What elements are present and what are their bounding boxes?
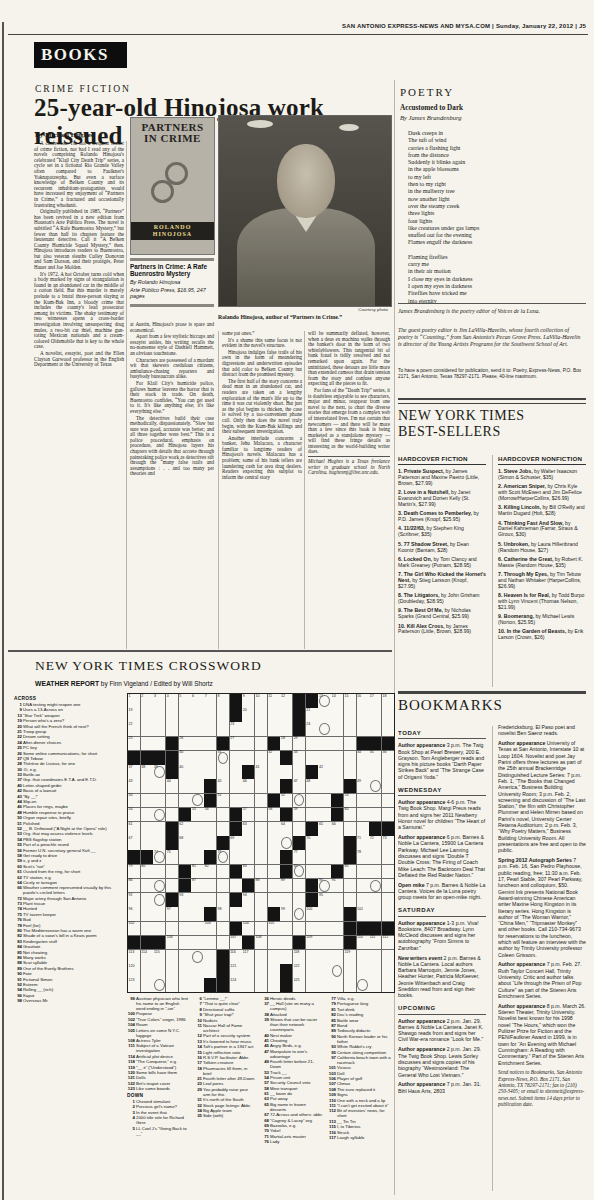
- grid-cell[interactable]: [141, 879, 153, 893]
- grid-cell[interactable]: 41: [255, 765, 267, 779]
- grid-cell[interactable]: 13: [318, 694, 330, 708]
- grid-cell[interactable]: [141, 978, 153, 992]
- grid-cell[interactable]: 11: [268, 694, 280, 708]
- grid-cell[interactable]: [369, 964, 381, 978]
- grid-cell[interactable]: [382, 964, 394, 978]
- grid-cell[interactable]: [204, 822, 216, 836]
- grid-cell[interactable]: [357, 794, 369, 808]
- grid-cell[interactable]: [268, 865, 280, 879]
- grid-cell[interactable]: 1: [128, 694, 140, 708]
- grid-cell[interactable]: [255, 751, 267, 765]
- grid-cell[interactable]: [369, 722, 381, 736]
- grid-cell[interactable]: [318, 751, 330, 765]
- grid-cell[interactable]: 4: [166, 694, 178, 708]
- grid-cell[interactable]: 111: [369, 936, 381, 950]
- grid-cell[interactable]: 33: [293, 751, 305, 765]
- grid-cell[interactable]: [191, 737, 203, 751]
- grid-cell[interactable]: [204, 836, 216, 850]
- grid-cell[interactable]: [153, 708, 165, 722]
- grid-cell[interactable]: [204, 751, 216, 765]
- grid-cell[interactable]: [318, 865, 330, 879]
- grid-cell[interactable]: [230, 779, 242, 793]
- grid-cell[interactable]: [369, 879, 381, 893]
- grid-cell[interactable]: 78: [357, 850, 369, 864]
- grid-cell[interactable]: 44: [166, 779, 178, 793]
- grid-cell[interactable]: [318, 936, 330, 950]
- grid-cell[interactable]: 28: [280, 737, 292, 751]
- grid-cell[interactable]: [293, 794, 305, 808]
- grid-cell[interactable]: 96: [128, 907, 140, 921]
- grid-cell[interactable]: 10: [255, 694, 267, 708]
- grid-cell[interactable]: [230, 879, 242, 893]
- grid-cell[interactable]: [344, 964, 356, 978]
- grid-cell[interactable]: [153, 964, 165, 978]
- grid-cell[interactable]: [331, 950, 343, 964]
- grid-cell[interactable]: 62: [179, 822, 191, 836]
- grid-cell[interactable]: 107: [230, 936, 242, 950]
- grid-cell[interactable]: 49: [357, 779, 369, 793]
- grid-cell[interactable]: [344, 822, 356, 836]
- grid-cell[interactable]: [357, 879, 369, 893]
- grid-cell[interactable]: [242, 964, 254, 978]
- grid-cell[interactable]: 63: [242, 822, 254, 836]
- grid-cell[interactable]: 9: [242, 694, 254, 708]
- grid-cell[interactable]: [331, 978, 343, 992]
- grid-cell[interactable]: [204, 950, 216, 964]
- grid-cell[interactable]: [204, 964, 216, 978]
- grid-cell[interactable]: [331, 779, 343, 793]
- grid-cell[interactable]: 25: [128, 737, 140, 751]
- grid-cell[interactable]: [280, 950, 292, 964]
- grid-cell[interactable]: [382, 794, 394, 808]
- grid-cell[interactable]: 30: [179, 751, 191, 765]
- grid-cell[interactable]: [204, 936, 216, 950]
- grid-cell[interactable]: 5: [179, 694, 191, 708]
- grid-cell[interactable]: [191, 936, 203, 950]
- grid-cell[interactable]: 87: [191, 879, 203, 893]
- grid-cell[interactable]: 125: [293, 978, 305, 992]
- grid-cell[interactable]: [166, 950, 178, 964]
- grid-cell[interactable]: 34: [357, 751, 369, 765]
- grid-cell[interactable]: 50: [128, 794, 140, 808]
- grid-cell[interactable]: 121: [230, 964, 242, 978]
- grid-cell[interactable]: 64: [280, 822, 292, 836]
- grid-cell[interactable]: 3: [153, 694, 165, 708]
- grid-cell[interactable]: [191, 708, 203, 722]
- grid-cell[interactable]: [191, 907, 203, 921]
- grid-cell[interactable]: [357, 865, 369, 879]
- grid-cell[interactable]: [179, 922, 191, 936]
- grid-cell[interactable]: 69: [230, 836, 242, 850]
- grid-cell[interactable]: [344, 737, 356, 751]
- grid-cell[interactable]: [293, 893, 305, 907]
- grid-cell[interactable]: [357, 722, 369, 736]
- grid-cell[interactable]: [357, 893, 369, 907]
- grid-cell[interactable]: 90: [318, 879, 330, 893]
- grid-cell[interactable]: [331, 936, 343, 950]
- grid-cell[interactable]: [369, 978, 381, 992]
- grid-cell[interactable]: 59: [293, 808, 305, 822]
- grid-cell[interactable]: [293, 765, 305, 779]
- grid-cell[interactable]: [306, 978, 318, 992]
- grid-cell[interactable]: [280, 836, 292, 850]
- grid-cell[interactable]: [331, 893, 343, 907]
- grid-cell[interactable]: [230, 751, 242, 765]
- grid-cell[interactable]: [166, 964, 178, 978]
- grid-cell[interactable]: [217, 922, 229, 936]
- grid-cell[interactable]: [230, 794, 242, 808]
- grid-cell[interactable]: [217, 936, 229, 950]
- grid-cell[interactable]: 73: [382, 836, 394, 850]
- grid-cell[interactable]: 43: [128, 779, 140, 793]
- grid-cell[interactable]: [318, 950, 330, 964]
- grid-cell[interactable]: [153, 836, 165, 850]
- grid-cell[interactable]: 21: [306, 708, 318, 722]
- grid-cell[interactable]: [255, 794, 267, 808]
- grid-cell[interactable]: [255, 822, 267, 836]
- grid-cell[interactable]: [306, 737, 318, 751]
- grid-cell[interactable]: [242, 850, 254, 864]
- grid-cell[interactable]: 94: [242, 893, 254, 907]
- grid-cell[interactable]: 92: [128, 893, 140, 907]
- grid-cell[interactable]: [191, 850, 203, 864]
- grid-cell[interactable]: [369, 950, 381, 964]
- grid-cell[interactable]: 84: [293, 865, 305, 879]
- grid-cell[interactable]: [331, 765, 343, 779]
- grid-cell[interactable]: 65: [318, 822, 330, 836]
- grid-cell[interactable]: [306, 964, 318, 978]
- grid-cell[interactable]: [344, 978, 356, 992]
- grid-cell[interactable]: [369, 893, 381, 907]
- grid-cell[interactable]: 6: [191, 694, 203, 708]
- grid-cell[interactable]: [204, 879, 216, 893]
- grid-cell[interactable]: [191, 794, 203, 808]
- grid-cell[interactable]: [331, 751, 343, 765]
- grid-cell[interactable]: 97: [166, 907, 178, 921]
- grid-cell[interactable]: [268, 893, 280, 907]
- grid-cell[interactable]: [166, 808, 178, 822]
- grid-cell[interactable]: [242, 751, 254, 765]
- grid-cell[interactable]: 112: [382, 936, 394, 950]
- grid-cell[interactable]: [230, 850, 242, 864]
- grid-cell[interactable]: [382, 893, 394, 907]
- grid-cell[interactable]: [242, 978, 254, 992]
- grid-cell[interactable]: [166, 708, 178, 722]
- grid-cell[interactable]: [344, 765, 356, 779]
- grid-cell[interactable]: [255, 907, 267, 921]
- grid-cell[interactable]: 66: [331, 822, 343, 836]
- grid-cell[interactable]: 81: [191, 865, 203, 879]
- grid-cell[interactable]: 103: [204, 922, 216, 936]
- grid-cell[interactable]: [191, 978, 203, 992]
- grid-cell[interactable]: [191, 950, 203, 964]
- grid-cell[interactable]: 38: [141, 765, 153, 779]
- grid-cell[interactable]: [141, 922, 153, 936]
- grid-cell[interactable]: 106: [166, 936, 178, 950]
- grid-cell[interactable]: 29: [293, 737, 305, 751]
- grid-cell[interactable]: 39: [153, 765, 165, 779]
- grid-cell[interactable]: 17: [369, 694, 381, 708]
- grid-cell[interactable]: [306, 950, 318, 964]
- grid-cell[interactable]: [255, 708, 267, 722]
- grid-cell[interactable]: [306, 922, 318, 936]
- grid-cell[interactable]: [166, 865, 178, 879]
- grid-cell[interactable]: [382, 978, 394, 992]
- grid-cell[interactable]: 101: [357, 907, 369, 921]
- grid-cell[interactable]: [318, 794, 330, 808]
- grid-cell[interactable]: [179, 722, 191, 736]
- grid-cell[interactable]: [268, 765, 280, 779]
- grid-cell[interactable]: [204, 722, 216, 736]
- grid-cell[interactable]: 15: [344, 694, 356, 708]
- grid-cell[interactable]: [153, 794, 165, 808]
- grid-cell[interactable]: [204, 893, 216, 907]
- grid-cell[interactable]: [331, 722, 343, 736]
- grid-cell[interactable]: 40: [179, 765, 191, 779]
- grid-cell[interactable]: [141, 708, 153, 722]
- grid-cell[interactable]: [306, 751, 318, 765]
- grid-cell[interactable]: 116: [230, 950, 242, 964]
- grid-cell[interactable]: [382, 779, 394, 793]
- grid-cell[interactable]: [318, 737, 330, 751]
- grid-cell[interactable]: [306, 794, 318, 808]
- grid-cell[interactable]: [141, 737, 153, 751]
- grid-cell[interactable]: 55: [191, 808, 203, 822]
- grid-cell[interactable]: [191, 779, 203, 793]
- grid-cell[interactable]: [217, 808, 229, 822]
- grid-cell[interactable]: [382, 808, 394, 822]
- grid-cell[interactable]: [369, 708, 381, 722]
- grid-cell[interactable]: [153, 808, 165, 822]
- grid-cell[interactable]: 35: [369, 751, 381, 765]
- grid-cell[interactable]: [318, 708, 330, 722]
- grid-cell[interactable]: 79: [128, 865, 140, 879]
- grid-cell[interactable]: [280, 936, 292, 950]
- grid-cell[interactable]: [153, 922, 165, 936]
- grid-cell[interactable]: [141, 907, 153, 921]
- grid-cell[interactable]: [357, 950, 369, 964]
- grid-cell[interactable]: [153, 737, 165, 751]
- grid-cell[interactable]: [179, 907, 191, 921]
- grid-cell[interactable]: 18: [382, 694, 394, 708]
- grid-cell[interactable]: [357, 708, 369, 722]
- grid-cell[interactable]: [153, 907, 165, 921]
- grid-cell[interactable]: [331, 964, 343, 978]
- grid-cell[interactable]: 26: [179, 737, 191, 751]
- grid-cell[interactable]: [191, 822, 203, 836]
- grid-cell[interactable]: 8: [217, 694, 229, 708]
- grid-cell[interactable]: 80: [141, 865, 153, 879]
- grid-cell[interactable]: 119: [344, 950, 356, 964]
- grid-cell[interactable]: [242, 907, 254, 921]
- grid-cell[interactable]: [331, 737, 343, 751]
- grid-cell[interactable]: [217, 708, 229, 722]
- grid-cell[interactable]: 124: [230, 978, 242, 992]
- grid-cell[interactable]: [153, 865, 165, 879]
- grid-cell[interactable]: [204, 737, 216, 751]
- grid-cell[interactable]: 72: [369, 836, 381, 850]
- grid-cell[interactable]: [268, 978, 280, 992]
- grid-cell[interactable]: 12: [280, 694, 292, 708]
- grid-cell[interactable]: 98: [217, 907, 229, 921]
- grid-cell[interactable]: [369, 794, 381, 808]
- grid-cell[interactable]: 104: [242, 922, 254, 936]
- grid-cell[interactable]: [217, 865, 229, 879]
- grid-cell[interactable]: 114: [141, 950, 153, 964]
- grid-cell[interactable]: 61: [128, 822, 140, 836]
- grid-cell[interactable]: 51: [217, 794, 229, 808]
- grid-cell[interactable]: 86: [128, 879, 140, 893]
- grid-cell[interactable]: [179, 964, 191, 978]
- grid-cell[interactable]: [217, 765, 229, 779]
- grid-cell[interactable]: [204, 708, 216, 722]
- grid-cell[interactable]: 24: [306, 722, 318, 736]
- grid-cell[interactable]: [166, 794, 178, 808]
- grid-cell[interactable]: 105: [268, 922, 280, 936]
- grid-cell[interactable]: 89: [280, 879, 292, 893]
- grid-cell[interactable]: [357, 964, 369, 978]
- grid-cell[interactable]: [217, 722, 229, 736]
- grid-cell[interactable]: [268, 850, 280, 864]
- grid-cell[interactable]: [191, 922, 203, 936]
- grid-cell[interactable]: [191, 751, 203, 765]
- grid-cell[interactable]: [230, 907, 242, 921]
- grid-cell[interactable]: 99: [280, 907, 292, 921]
- grid-cell[interactable]: [217, 879, 229, 893]
- grid-cell[interactable]: [280, 893, 292, 907]
- grid-cell[interactable]: [217, 822, 229, 836]
- grid-cell[interactable]: [357, 808, 369, 822]
- grid-cell[interactable]: 31: [217, 751, 229, 765]
- grid-cell[interactable]: 123: [128, 978, 140, 992]
- grid-cell[interactable]: [318, 922, 330, 936]
- grid-cell[interactable]: 67: [128, 836, 140, 850]
- grid-cell[interactable]: [357, 765, 369, 779]
- grid-cell[interactable]: [369, 765, 381, 779]
- grid-cell[interactable]: [141, 822, 153, 836]
- grid-cell[interactable]: [242, 737, 254, 751]
- grid-cell[interactable]: [344, 751, 356, 765]
- grid-cell[interactable]: [293, 879, 305, 893]
- grid-cell[interactable]: [382, 865, 394, 879]
- grid-cell[interactable]: 20: [242, 708, 254, 722]
- grid-cell[interactable]: [268, 879, 280, 893]
- grid-cell[interactable]: [255, 950, 267, 964]
- grid-cell[interactable]: [318, 978, 330, 992]
- grid-cell[interactable]: [369, 865, 381, 879]
- grid-cell[interactable]: 110: [357, 936, 369, 950]
- grid-cell[interactable]: [179, 978, 191, 992]
- grid-cell[interactable]: 2: [141, 694, 153, 708]
- grid-cell[interactable]: 68: [179, 836, 191, 850]
- grid-cell[interactable]: [280, 922, 292, 936]
- grid-cell[interactable]: [369, 779, 381, 793]
- grid-cell[interactable]: 71: [357, 836, 369, 850]
- grid-cell[interactable]: 113: [128, 950, 140, 964]
- grid-cell[interactable]: 85: [344, 865, 356, 879]
- grid-cell[interactable]: 83: [242, 865, 254, 879]
- grid-cell[interactable]: [280, 765, 292, 779]
- grid-cell[interactable]: [268, 822, 280, 836]
- grid-cell[interactable]: 117: [242, 950, 254, 964]
- grid-cell[interactable]: [268, 950, 280, 964]
- grid-cell[interactable]: 118: [293, 950, 305, 964]
- grid-cell[interactable]: [331, 907, 343, 921]
- grid-cell[interactable]: 108: [255, 936, 267, 950]
- grid-cell[interactable]: 76: [217, 850, 229, 864]
- grid-cell[interactable]: [344, 722, 356, 736]
- grid-cell[interactable]: 48: [306, 779, 318, 793]
- grid-cell[interactable]: [306, 850, 318, 864]
- grid-cell[interactable]: 102: [128, 922, 140, 936]
- grid-cell[interactable]: [179, 779, 191, 793]
- grid-cell[interactable]: [344, 879, 356, 893]
- grid-cell[interactable]: [344, 708, 356, 722]
- grid-cell[interactable]: [344, 893, 356, 907]
- grid-cell[interactable]: [318, 964, 330, 978]
- grid-cell[interactable]: 57: [242, 808, 254, 822]
- grid-cell[interactable]: [179, 950, 191, 964]
- grid-cell[interactable]: [191, 964, 203, 978]
- grid-cell[interactable]: [153, 978, 165, 992]
- grid-cell[interactable]: [242, 794, 254, 808]
- grid-cell[interactable]: [369, 907, 381, 921]
- grid-cell[interactable]: [382, 950, 394, 964]
- grid-cell[interactable]: 7: [204, 694, 216, 708]
- grid-cell[interactable]: 95: [318, 893, 330, 907]
- grid-cell[interactable]: 52: [280, 794, 292, 808]
- grid-cell[interactable]: 109: [306, 936, 318, 950]
- grid-cell[interactable]: [318, 836, 330, 850]
- grid-cell[interactable]: [255, 850, 267, 864]
- grid-cell[interactable]: [255, 737, 267, 751]
- grid-cell[interactable]: [331, 850, 343, 864]
- grid-cell[interactable]: [357, 822, 369, 836]
- grid-cell[interactable]: [255, 922, 267, 936]
- grid-cell[interactable]: [255, 978, 267, 992]
- grid-cell[interactable]: 93: [179, 893, 191, 907]
- grid-cell[interactable]: [382, 907, 394, 921]
- grid-cell[interactable]: [382, 850, 394, 864]
- grid-cell[interactable]: [268, 836, 280, 850]
- grid-cell[interactable]: [141, 964, 153, 978]
- grid-cell[interactable]: 100: [306, 907, 318, 921]
- grid-cell[interactable]: [268, 964, 280, 978]
- grid-cell[interactable]: [153, 722, 165, 736]
- grid-cell[interactable]: [141, 794, 153, 808]
- grid-cell[interactable]: [318, 722, 330, 736]
- grid-cell[interactable]: 122: [293, 964, 305, 978]
- grid-cell[interactable]: [382, 765, 394, 779]
- grid-cell[interactable]: [268, 779, 280, 793]
- grid-cell[interactable]: 70: [306, 836, 318, 850]
- grid-cell[interactable]: [382, 879, 394, 893]
- grid-cell[interactable]: 14: [331, 694, 343, 708]
- grid-cell[interactable]: 91: [331, 879, 343, 893]
- grid-cell[interactable]: 23: [230, 722, 242, 736]
- grid-cell[interactable]: [306, 808, 318, 822]
- grid-cell[interactable]: [204, 765, 216, 779]
- grid-cell[interactable]: 16: [357, 694, 369, 708]
- grid-cell[interactable]: 47: [293, 779, 305, 793]
- grid-cell[interactable]: 36: [382, 751, 394, 765]
- grid-cell[interactable]: [318, 808, 330, 822]
- grid-cell[interactable]: [166, 722, 178, 736]
- grid-cell[interactable]: [293, 822, 305, 836]
- grid-cell[interactable]: 32: [268, 751, 280, 765]
- grid-cell[interactable]: 58: [268, 808, 280, 822]
- grid-cell[interactable]: 82: [204, 865, 216, 879]
